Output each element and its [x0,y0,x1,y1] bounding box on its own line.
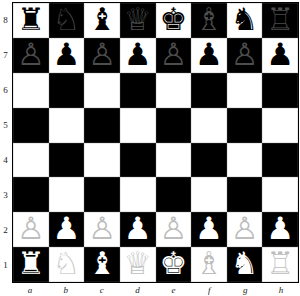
square-g5[interactable] [227,108,263,143]
file-labels: abcdefgh [12,283,299,296]
piece-white-pawn: ♙ [88,213,116,244]
square-g7[interactable]: ♙ [227,38,263,73]
rank-label-4: 4 [0,143,11,178]
piece-white-knight: ♞ [231,248,259,279]
rank-label-5: 5 [0,107,11,142]
piece-white-pawn: ♟ [266,213,294,244]
square-a2[interactable]: ♙ [13,212,49,247]
square-c8[interactable]: ♝ [84,3,120,38]
square-a8[interactable]: ♜ [13,3,49,38]
square-d1[interactable]: ♕ [120,247,156,282]
piece-white-king: ♚ [159,248,187,279]
piece-white-pawn: ♟ [195,213,223,244]
piece-black-bishop: ♝ [88,4,116,35]
piece-black-pawn: ♟ [124,39,152,70]
square-e8[interactable]: ♚ [156,3,192,38]
square-h5[interactable] [262,108,298,143]
piece-black-knight: ♞ [231,4,259,35]
square-e7[interactable]: ♙ [156,38,192,73]
square-h1[interactable]: ♖ [262,247,298,282]
square-c7[interactable]: ♙ [84,38,120,73]
rank-label-6: 6 [0,72,11,107]
rank-labels: 87654321 [0,2,11,283]
rank-label-3: 3 [0,178,11,213]
square-d2[interactable]: ♟ [120,212,156,247]
piece-white-queen: ♕ [124,248,152,279]
square-c6[interactable] [84,73,120,108]
piece-black-king: ♚ [159,4,187,35]
file-label-g: g [227,283,263,296]
square-b4[interactable] [49,143,85,178]
square-b7[interactable]: ♟ [49,38,85,73]
piece-black-pawn: ♙ [231,39,259,70]
square-c5[interactable] [84,108,120,143]
square-e1[interactable]: ♚ [156,247,192,282]
file-label-d: d [120,283,156,296]
square-f2[interactable]: ♟ [191,212,227,247]
square-h3[interactable] [262,177,298,212]
piece-white-pawn: ♙ [159,213,187,244]
square-d7[interactable]: ♟ [120,38,156,73]
piece-white-rook: ♖ [266,248,294,279]
square-f7[interactable]: ♟ [191,38,227,73]
square-g1[interactable]: ♞ [227,247,263,282]
file-label-a: a [12,283,48,296]
square-b3[interactable] [49,177,85,212]
rank-label-8: 8 [0,2,11,37]
square-e4[interactable] [156,143,192,178]
piece-black-queen: ♕ [124,4,152,35]
piece-white-pawn: ♟ [124,213,152,244]
piece-black-pawn: ♟ [266,39,294,70]
square-f5[interactable] [191,108,227,143]
square-d6[interactable] [120,73,156,108]
chess-board: ♜♘♝♕♚♗♞♖♙♟♙♟♙♟♙♟♙♟♙♟♙♟♙♟♜♘♝♕♚♗♞♖ [12,2,299,283]
square-h8[interactable]: ♖ [262,3,298,38]
square-d8[interactable]: ♕ [120,3,156,38]
square-f3[interactable] [191,177,227,212]
square-c2[interactable]: ♙ [84,212,120,247]
square-h6[interactable] [262,73,298,108]
rank-label-7: 7 [0,37,11,72]
square-g2[interactable]: ♙ [227,212,263,247]
square-g3[interactable] [227,177,263,212]
square-h7[interactable]: ♟ [262,38,298,73]
square-d3[interactable] [120,177,156,212]
square-a5[interactable] [13,108,49,143]
square-a4[interactable] [13,143,49,178]
square-f6[interactable] [191,73,227,108]
square-g4[interactable] [227,143,263,178]
square-a3[interactable] [13,177,49,212]
piece-black-pawn: ♙ [17,39,45,70]
square-d5[interactable] [120,108,156,143]
square-f8[interactable]: ♗ [191,3,227,38]
square-h2[interactable]: ♟ [262,212,298,247]
square-b2[interactable]: ♟ [49,212,85,247]
piece-black-bishop: ♗ [195,4,223,35]
square-g6[interactable] [227,73,263,108]
piece-white-knight: ♘ [53,248,81,279]
square-b1[interactable]: ♘ [49,247,85,282]
square-a6[interactable] [13,73,49,108]
piece-black-pawn: ♙ [88,39,116,70]
square-e6[interactable] [156,73,192,108]
square-f4[interactable] [191,143,227,178]
piece-white-rook: ♜ [17,248,45,279]
square-e2[interactable]: ♙ [156,212,192,247]
square-c3[interactable] [84,177,120,212]
piece-white-pawn: ♙ [231,213,259,244]
piece-white-pawn: ♙ [17,213,45,244]
square-e3[interactable] [156,177,192,212]
square-e5[interactable] [156,108,192,143]
square-d4[interactable] [120,143,156,178]
square-b8[interactable]: ♘ [49,3,85,38]
square-f1[interactable]: ♗ [191,247,227,282]
square-b6[interactable] [49,73,85,108]
rank-label-1: 1 [0,248,11,283]
rank-label-2: 2 [0,213,11,248]
piece-black-pawn: ♙ [159,39,187,70]
square-b5[interactable] [49,108,85,143]
square-c4[interactable] [84,143,120,178]
square-h4[interactable] [262,143,298,178]
piece-black-pawn: ♟ [195,39,223,70]
chess-diagram: 87654321 ♜♘♝♕♚♗♞♖♙♟♙♟♙♟♙♟♙♟♙♟♙♟♙♟♜♘♝♕♚♗♞… [0,0,300,296]
piece-black-knight: ♘ [53,4,81,35]
piece-black-pawn: ♟ [53,39,81,70]
square-a1[interactable]: ♜ [13,247,49,282]
file-label-b: b [48,283,84,296]
piece-white-pawn: ♟ [53,213,81,244]
file-label-f: f [191,283,227,296]
piece-black-rook: ♖ [266,4,294,35]
piece-white-bishop: ♗ [195,248,223,279]
piece-white-bishop: ♝ [88,248,116,279]
file-label-e: e [156,283,192,296]
piece-black-rook: ♜ [17,4,45,35]
square-c1[interactable]: ♝ [84,247,120,282]
file-label-c: c [84,283,120,296]
file-label-h: h [263,283,299,296]
square-a7[interactable]: ♙ [13,38,49,73]
square-g8[interactable]: ♞ [227,3,263,38]
